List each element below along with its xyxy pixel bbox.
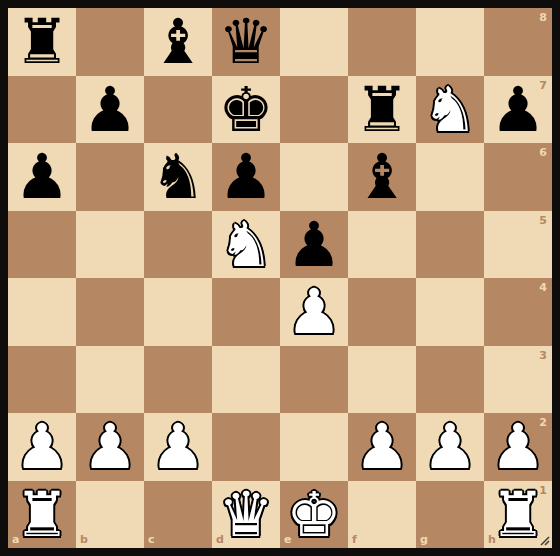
coord-rank-4: 4 (539, 282, 547, 293)
white-knight[interactable]: ♞︎ (218, 211, 274, 278)
coord-rank-8: 8 (539, 12, 547, 23)
black-pawn[interactable]: ♟︎ (490, 76, 546, 143)
coord-file-a: a (12, 534, 19, 545)
coord-file-e: e (284, 534, 291, 545)
square-d7[interactable]: ♚︎ (212, 76, 280, 144)
coord-file-f: f (352, 534, 357, 545)
black-king[interactable]: ♚︎ (218, 76, 274, 143)
coord-file-h: h (488, 534, 496, 545)
square-b7[interactable]: ♟︎ (76, 76, 144, 144)
square-b5[interactable] (76, 211, 144, 279)
coord-rank-3: 3 (539, 350, 547, 361)
square-a1[interactable]: ♜︎a (8, 481, 76, 549)
coord-rank-1: 1 (539, 485, 547, 496)
square-g6[interactable] (416, 143, 484, 211)
black-rook[interactable]: ♜︎ (14, 8, 70, 75)
square-e3[interactable] (280, 346, 348, 414)
white-pawn[interactable]: ♟︎ (354, 413, 410, 480)
square-e6[interactable] (280, 143, 348, 211)
square-a3[interactable] (8, 346, 76, 414)
square-f7[interactable]: ♜︎ (348, 76, 416, 144)
coord-file-g: g (420, 534, 428, 545)
square-g3[interactable] (416, 346, 484, 414)
square-g1[interactable]: g (416, 481, 484, 549)
black-pawn[interactable]: ♟︎ (14, 143, 70, 210)
square-b6[interactable] (76, 143, 144, 211)
black-queen[interactable]: ♛︎ (218, 8, 274, 75)
square-d5[interactable]: ♞︎ (212, 211, 280, 279)
square-b3[interactable] (76, 346, 144, 414)
square-d1[interactable]: ♛︎d (212, 481, 280, 549)
black-pawn[interactable]: ♟︎ (218, 143, 274, 210)
black-bishop[interactable]: ♝︎ (150, 8, 206, 75)
square-f6[interactable]: ♝︎ (348, 143, 416, 211)
square-e7[interactable] (280, 76, 348, 144)
square-a4[interactable] (8, 278, 76, 346)
white-queen[interactable]: ♛︎ (218, 481, 274, 548)
square-e8[interactable] (280, 8, 348, 76)
square-e5[interactable]: ♟︎ (280, 211, 348, 279)
square-h5[interactable]: 5 (484, 211, 552, 279)
coord-rank-6: 6 (539, 147, 547, 158)
square-e2[interactable] (280, 413, 348, 481)
square-b2[interactable]: ♟︎ (76, 413, 144, 481)
square-a8[interactable]: ♜︎ (8, 8, 76, 76)
square-f4[interactable] (348, 278, 416, 346)
white-pawn[interactable]: ♟︎ (82, 413, 138, 480)
square-b4[interactable] (76, 278, 144, 346)
square-f8[interactable] (348, 8, 416, 76)
white-knight[interactable]: ♞︎ (422, 76, 478, 143)
white-pawn[interactable]: ♟︎ (422, 413, 478, 480)
square-g8[interactable] (416, 8, 484, 76)
square-f2[interactable]: ♟︎ (348, 413, 416, 481)
square-f3[interactable] (348, 346, 416, 414)
square-h8[interactable]: 8 (484, 8, 552, 76)
black-pawn[interactable]: ♟︎ (286, 211, 342, 278)
coord-file-b: b (80, 534, 88, 545)
black-bishop[interactable]: ♝︎ (354, 143, 410, 210)
coord-rank-2: 2 (539, 417, 547, 428)
square-e4[interactable]: ♟︎ (280, 278, 348, 346)
square-g7[interactable]: ♞︎ (416, 76, 484, 144)
coord-rank-5: 5 (539, 215, 547, 226)
square-f5[interactable] (348, 211, 416, 279)
black-rook[interactable]: ♜︎ (354, 76, 410, 143)
white-pawn[interactable]: ♟︎ (490, 413, 546, 480)
square-a7[interactable] (8, 76, 76, 144)
white-pawn[interactable]: ♟︎ (286, 278, 342, 345)
square-c1[interactable]: c (144, 481, 212, 549)
square-h6[interactable]: 6 (484, 143, 552, 211)
square-h3[interactable]: 3 (484, 346, 552, 414)
square-d8[interactable]: ♛︎ (212, 8, 280, 76)
square-h4[interactable]: 4 (484, 278, 552, 346)
square-c2[interactable]: ♟︎ (144, 413, 212, 481)
square-b1[interactable]: b (76, 481, 144, 549)
white-pawn[interactable]: ♟︎ (150, 413, 206, 480)
square-c5[interactable] (144, 211, 212, 279)
black-pawn[interactable]: ♟︎ (82, 76, 138, 143)
square-d6[interactable]: ♟︎ (212, 143, 280, 211)
square-c4[interactable] (144, 278, 212, 346)
square-a2[interactable]: ♟︎ (8, 413, 76, 481)
square-g2[interactable]: ♟︎ (416, 413, 484, 481)
board-resize-handle-icon[interactable] (536, 532, 550, 546)
square-g4[interactable] (416, 278, 484, 346)
square-d3[interactable] (212, 346, 280, 414)
coord-file-c: c (148, 534, 155, 545)
square-d4[interactable] (212, 278, 280, 346)
square-c8[interactable]: ♝︎ (144, 8, 212, 76)
square-g5[interactable] (416, 211, 484, 279)
white-pawn[interactable]: ♟︎ (14, 413, 70, 480)
square-h2[interactable]: ♟︎2 (484, 413, 552, 481)
square-c7[interactable] (144, 76, 212, 144)
square-e1[interactable]: ♚︎e (280, 481, 348, 549)
square-c6[interactable]: ♞︎ (144, 143, 212, 211)
square-h7[interactable]: ♟︎7 (484, 76, 552, 144)
coord-file-d: d (216, 534, 224, 545)
white-rook[interactable]: ♜︎ (14, 481, 70, 548)
black-knight[interactable]: ♞︎ (150, 143, 206, 210)
coord-rank-7: 7 (539, 80, 547, 91)
square-c3[interactable] (144, 346, 212, 414)
white-king[interactable]: ♚︎ (286, 481, 342, 548)
square-d2[interactable] (212, 413, 280, 481)
chess-board[interactable]: ♜︎♝︎♛︎8♟︎♚︎♜︎♞︎♟︎7♟︎♞︎♟︎♝︎6♞︎♟︎5♟︎43♟︎♟︎… (8, 8, 552, 548)
board-frame: ♜︎♝︎♛︎8♟︎♚︎♜︎♞︎♟︎7♟︎♞︎♟︎♝︎6♞︎♟︎5♟︎43♟︎♟︎… (0, 0, 560, 556)
square-b8[interactable] (76, 8, 144, 76)
square-a6[interactable]: ♟︎ (8, 143, 76, 211)
square-a5[interactable] (8, 211, 76, 279)
square-f1[interactable]: f (348, 481, 416, 549)
